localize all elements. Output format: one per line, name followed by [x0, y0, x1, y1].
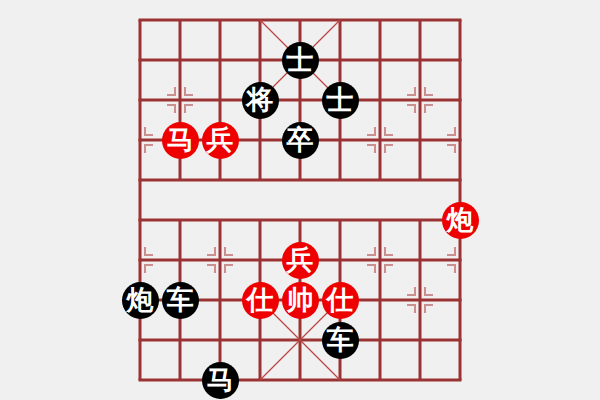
- black-chariot-piece[interactable]: 车: [162, 282, 199, 319]
- black-horse-piece[interactable]: 马: [202, 362, 239, 399]
- black-advisor-piece[interactable]: 士: [322, 82, 359, 119]
- red-cannon-piece[interactable]: 炮: [442, 202, 479, 239]
- xiangqi-diagram: 士将士马兵卒炮兵炮车仕帅仕车马: [0, 0, 600, 400]
- black-chariot-piece[interactable]: 车: [322, 322, 359, 359]
- red-king-piece[interactable]: 帅: [282, 282, 319, 319]
- red-horse-piece[interactable]: 马: [162, 122, 199, 159]
- red-pawn-piece[interactable]: 兵: [202, 122, 239, 159]
- red-advisor-piece[interactable]: 仕: [242, 282, 279, 319]
- black-cannon-piece[interactable]: 炮: [122, 282, 159, 319]
- red-pawn-piece[interactable]: 兵: [282, 242, 319, 279]
- black-advisor-piece[interactable]: 士: [282, 42, 319, 79]
- black-pawn-piece[interactable]: 卒: [282, 122, 319, 159]
- red-advisor-piece[interactable]: 仕: [322, 282, 359, 319]
- black-king-piece[interactable]: 将: [242, 82, 279, 119]
- xiangqi-board: 士将士马兵卒炮兵炮车仕帅仕车马: [120, 0, 480, 400]
